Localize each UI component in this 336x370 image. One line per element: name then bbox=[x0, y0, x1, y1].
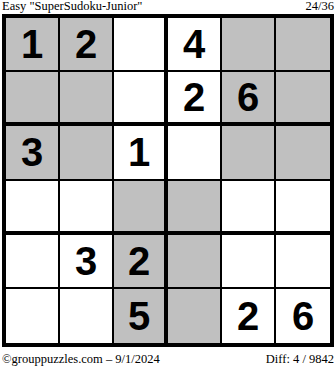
header: Easy "SuperSudoku-Junior" 24/36 bbox=[2, 0, 334, 13]
cell-r1c1-given-1: 1 bbox=[6, 18, 60, 72]
cell-r6c3-given-5: 5 bbox=[114, 289, 168, 343]
cell-r6c6-given-6: 6 bbox=[276, 289, 330, 343]
cell-r1c5[interactable] bbox=[222, 18, 276, 72]
cell-r4c4[interactable] bbox=[168, 181, 222, 235]
cell-r6c5-given-2: 2 bbox=[222, 289, 276, 343]
copyright-text: ©grouppuzzles.com – 9/1/2024 bbox=[2, 352, 160, 366]
cell-r6c2[interactable] bbox=[60, 289, 114, 343]
cell-r4c2[interactable] bbox=[60, 181, 114, 235]
cell-r1c4-given-4: 4 bbox=[168, 18, 222, 72]
puzzle-number: 24/36 bbox=[306, 0, 334, 13]
cell-r2c6[interactable] bbox=[276, 72, 330, 126]
cell-r3c5[interactable] bbox=[222, 126, 276, 180]
cell-r2c5-given-6: 6 bbox=[222, 72, 276, 126]
difficulty-text: Diff: 4 / 9842 bbox=[266, 352, 334, 366]
cell-r3c2[interactable] bbox=[60, 126, 114, 180]
cell-r3c6[interactable] bbox=[276, 126, 330, 180]
cell-r4c1[interactable] bbox=[6, 181, 60, 235]
cell-r4c5[interactable] bbox=[222, 181, 276, 235]
cell-r5c1[interactable] bbox=[6, 235, 60, 289]
cell-r1c3[interactable] bbox=[114, 18, 168, 72]
cell-r6c4[interactable] bbox=[168, 289, 222, 343]
cell-r5c5[interactable] bbox=[222, 235, 276, 289]
cell-r6c1[interactable] bbox=[6, 289, 60, 343]
cell-r1c2-given-2: 2 bbox=[60, 18, 114, 72]
cell-r2c3[interactable] bbox=[114, 72, 168, 126]
cell-r1c6[interactable] bbox=[276, 18, 330, 72]
cell-r2c1[interactable] bbox=[6, 72, 60, 126]
cell-r3c3-given-1: 1 bbox=[114, 126, 168, 180]
cell-r5c4[interactable] bbox=[168, 235, 222, 289]
cell-r4c3[interactable] bbox=[114, 181, 168, 235]
cell-r2c2[interactable] bbox=[60, 72, 114, 126]
cell-r4c6[interactable] bbox=[276, 181, 330, 235]
footer: ©grouppuzzles.com – 9/1/2024 Diff: 4 / 9… bbox=[2, 352, 334, 366]
puzzle-title: Easy "SuperSudoku-Junior" bbox=[2, 0, 142, 13]
cell-r5c6[interactable] bbox=[276, 235, 330, 289]
cell-r5c3-given-2: 2 bbox=[114, 235, 168, 289]
cell-r3c1-given-3: 3 bbox=[6, 126, 60, 180]
sudoku-grid: 124263132526 bbox=[2, 14, 334, 347]
cell-r2c4-given-2: 2 bbox=[168, 72, 222, 126]
cell-r3c4[interactable] bbox=[168, 126, 222, 180]
cell-r5c2-given-3: 3 bbox=[60, 235, 114, 289]
